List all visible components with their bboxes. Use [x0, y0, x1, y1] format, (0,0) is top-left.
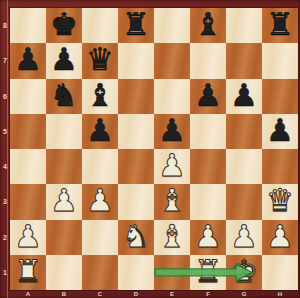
square-f2[interactable]: ♟ — [190, 220, 226, 255]
piece-black-pawn-g6[interactable]: ♟ — [230, 78, 258, 113]
piece-white-pawn-c3[interactable]: ♟ — [86, 183, 114, 218]
square-f8[interactable]: ♝ — [190, 8, 226, 43]
square-d7[interactable] — [118, 43, 154, 78]
square-a6[interactable] — [10, 79, 46, 114]
piece-white-pawn-a2[interactable]: ♟ — [14, 219, 42, 254]
square-f4[interactable] — [190, 149, 226, 184]
square-g3[interactable] — [226, 184, 262, 219]
square-h6[interactable] — [262, 79, 298, 114]
rank-label-7: 7 — [0, 57, 10, 64]
square-g6[interactable]: ♟ — [226, 79, 262, 114]
piece-black-pawn-c5[interactable]: ♟ — [86, 113, 114, 148]
square-c7[interactable]: ♛ — [82, 43, 118, 78]
piece-black-rook-h8[interactable]: ♜ — [266, 7, 294, 42]
square-g1[interactable]: ♚ — [226, 255, 262, 290]
piece-black-king-b8[interactable]: ♚ — [50, 7, 78, 42]
piece-black-pawn-b7[interactable]: ♟ — [50, 42, 78, 77]
square-d3[interactable] — [118, 184, 154, 219]
square-a8[interactable] — [10, 8, 46, 43]
square-a7[interactable]: ♟ — [10, 43, 46, 78]
frame-pinstripe — [7, 0, 8, 298]
piece-white-bishop-e3[interactable]: ♝ — [158, 183, 186, 218]
piece-white-king-g1[interactable]: ♚ — [230, 254, 258, 289]
square-h5[interactable]: ♟ — [262, 114, 298, 149]
square-h1[interactable] — [262, 255, 298, 290]
rank-label-6: 6 — [0, 93, 10, 100]
file-label-d: D — [118, 290, 154, 298]
square-b4[interactable] — [46, 149, 82, 184]
piece-black-pawn-h5[interactable]: ♟ — [266, 113, 294, 148]
piece-white-knight-d2[interactable]: ♞ — [122, 219, 150, 254]
square-d2[interactable]: ♞ — [118, 220, 154, 255]
square-f3[interactable] — [190, 184, 226, 219]
rank-label-8: 8 — [0, 22, 10, 29]
square-g7[interactable] — [226, 43, 262, 78]
square-a5[interactable] — [10, 114, 46, 149]
piece-black-rook-d8[interactable]: ♜ — [122, 7, 150, 42]
piece-black-queen-c7[interactable]: ♛ — [86, 42, 114, 77]
piece-black-pawn-f6[interactable]: ♟ — [194, 78, 222, 113]
square-d4[interactable] — [118, 149, 154, 184]
square-e1[interactable] — [154, 255, 190, 290]
square-c6[interactable]: ♝ — [82, 79, 118, 114]
square-a1[interactable]: ♜ — [10, 255, 46, 290]
square-h4[interactable] — [262, 149, 298, 184]
piece-white-rook-a1[interactable]: ♜ — [14, 254, 42, 289]
piece-white-queen-h3[interactable]: ♛ — [266, 183, 294, 218]
file-label-c: C — [82, 290, 118, 298]
square-c5[interactable]: ♟ — [82, 114, 118, 149]
square-f6[interactable]: ♟ — [190, 79, 226, 114]
square-d5[interactable] — [118, 114, 154, 149]
rank-label-5: 5 — [0, 128, 10, 135]
chess-board-frame: ♚♜♝♜♟♟♛♞♝♟♟♟♟♟♟♟♟♝♛♟♞♝♟♟♟♜♜♚ 87654321ABC… — [0, 0, 300, 298]
square-g5[interactable] — [226, 114, 262, 149]
square-c8[interactable] — [82, 8, 118, 43]
square-b8[interactable]: ♚ — [46, 8, 82, 43]
piece-white-bishop-e2[interactable]: ♝ — [158, 219, 186, 254]
file-label-g: G — [226, 290, 262, 298]
rank-label-4: 4 — [0, 163, 10, 170]
square-g4[interactable] — [226, 149, 262, 184]
square-a2[interactable]: ♟ — [10, 220, 46, 255]
file-label-b: B — [46, 290, 82, 298]
square-b6[interactable]: ♞ — [46, 79, 82, 114]
piece-black-pawn-e5[interactable]: ♟ — [158, 113, 186, 148]
square-a4[interactable] — [10, 149, 46, 184]
square-e5[interactable]: ♟ — [154, 114, 190, 149]
square-f1[interactable]: ♜ — [190, 255, 226, 290]
square-h7[interactable] — [262, 43, 298, 78]
piece-black-pawn-a7[interactable]: ♟ — [14, 42, 42, 77]
rank-label-2: 2 — [0, 234, 10, 241]
piece-white-rook-f1[interactable]: ♜ — [194, 254, 222, 289]
square-e3[interactable]: ♝ — [154, 184, 190, 219]
piece-white-pawn-g2[interactable]: ♟ — [230, 219, 258, 254]
square-g8[interactable] — [226, 8, 262, 43]
square-d6[interactable] — [118, 79, 154, 114]
piece-black-bishop-f8[interactable]: ♝ — [194, 7, 222, 42]
square-h3[interactable]: ♛ — [262, 184, 298, 219]
square-f7[interactable] — [190, 43, 226, 78]
square-b2[interactable] — [46, 220, 82, 255]
square-e2[interactable]: ♝ — [154, 220, 190, 255]
square-c3[interactable]: ♟ — [82, 184, 118, 219]
square-e7[interactable] — [154, 43, 190, 78]
square-e8[interactable] — [154, 8, 190, 43]
square-c4[interactable] — [82, 149, 118, 184]
square-e4[interactable]: ♟ — [154, 149, 190, 184]
square-f5[interactable] — [190, 114, 226, 149]
square-b1[interactable] — [46, 255, 82, 290]
square-a3[interactable] — [10, 184, 46, 219]
piece-white-pawn-f2[interactable]: ♟ — [194, 219, 222, 254]
square-b7[interactable]: ♟ — [46, 43, 82, 78]
chess-board: ♚♜♝♜♟♟♛♞♝♟♟♟♟♟♟♟♟♝♛♟♞♝♟♟♟♜♜♚ — [10, 8, 298, 290]
square-b3[interactable]: ♟ — [46, 184, 82, 219]
piece-black-knight-b6[interactable]: ♞ — [50, 78, 78, 113]
square-h2[interactable]: ♟ — [262, 220, 298, 255]
file-label-a: A — [10, 290, 46, 298]
square-c2[interactable] — [82, 220, 118, 255]
square-b5[interactable] — [46, 114, 82, 149]
piece-white-pawn-h2[interactable]: ♟ — [266, 219, 294, 254]
square-d8[interactable]: ♜ — [118, 8, 154, 43]
file-label-f: F — [190, 290, 226, 298]
file-label-e: E — [154, 290, 190, 298]
file-label-h: H — [262, 290, 298, 298]
square-e6[interactable] — [154, 79, 190, 114]
square-d1[interactable] — [118, 255, 154, 290]
square-c1[interactable] — [82, 255, 118, 290]
piece-white-pawn-e4[interactable]: ♟ — [158, 148, 186, 183]
square-h8[interactable]: ♜ — [262, 8, 298, 43]
piece-white-pawn-b3[interactable]: ♟ — [50, 183, 78, 218]
rank-label-3: 3 — [0, 198, 10, 205]
square-g2[interactable]: ♟ — [226, 220, 262, 255]
rank-label-1: 1 — [0, 269, 10, 276]
piece-black-bishop-c6[interactable]: ♝ — [86, 78, 114, 113]
